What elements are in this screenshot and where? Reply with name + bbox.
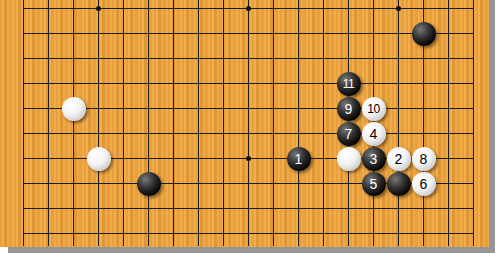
grid-line-horizontal (311, 108, 336, 109)
stone-white-move-4[interactable]: 4 (362, 122, 386, 146)
board-intersection[interactable] (161, 0, 186, 21)
board-intersection[interactable] (311, 46, 336, 71)
grid-line-horizontal (186, 33, 211, 34)
grid-line-horizontal (36, 58, 61, 59)
board-intersection[interactable] (136, 71, 161, 96)
board-intersection[interactable] (211, 146, 236, 171)
board-intersection[interactable] (386, 71, 411, 96)
board-intersection[interactable] (111, 196, 136, 221)
grid-line-horizontal (186, 108, 211, 109)
board-intersection[interactable] (461, 196, 486, 221)
grid-line-horizontal (86, 233, 111, 234)
board-intersection[interactable] (461, 46, 486, 71)
board-intersection[interactable] (11, 221, 36, 246)
grid-line-horizontal (186, 183, 211, 184)
board-intersection[interactable]: 6 (411, 171, 436, 196)
board-intersection[interactable] (386, 171, 411, 196)
board-intersection[interactable] (436, 171, 461, 196)
board-intersection[interactable] (61, 221, 86, 246)
grid-line-horizontal (311, 83, 336, 84)
board-intersection[interactable] (411, 71, 436, 96)
grid-line-vertical (173, 0, 174, 21)
board-intersection[interactable] (361, 221, 386, 246)
board-intersection[interactable] (86, 0, 111, 21)
board-intersection[interactable]: 7 (336, 121, 361, 146)
board-intersection[interactable] (386, 46, 411, 71)
board-intersection[interactable] (261, 121, 286, 146)
board-intersection[interactable] (411, 196, 436, 221)
board-intersection[interactable] (36, 71, 61, 96)
board-intersection[interactable] (61, 46, 86, 71)
board-intersection[interactable] (361, 21, 386, 46)
grid-line-horizontal (436, 158, 461, 159)
grid-line-horizontal (261, 233, 286, 234)
board-intersection[interactable] (261, 196, 286, 221)
grid-line-horizontal (161, 108, 186, 109)
board-intersection[interactable] (11, 196, 36, 221)
star-point (246, 156, 251, 161)
board-intersection[interactable] (361, 46, 386, 71)
stone-black-move-11[interactable]: 11 (337, 72, 361, 96)
grid-line-vertical (198, 0, 199, 21)
grid-line-horizontal (186, 83, 211, 84)
board-intersection[interactable] (336, 0, 361, 21)
grid-line-horizontal (23, 158, 36, 159)
board-intersection[interactable] (36, 21, 61, 46)
board-intersection[interactable] (436, 0, 461, 21)
grid-line-horizontal (336, 33, 361, 34)
board-intersection[interactable] (86, 21, 111, 46)
board-intersection[interactable] (61, 121, 86, 146)
grid-line-horizontal (286, 83, 311, 84)
board-intersection[interactable] (186, 0, 211, 21)
board-intersection[interactable] (236, 46, 261, 71)
board-intersection[interactable] (311, 0, 336, 21)
grid-line-horizontal (111, 83, 136, 84)
board-intersection[interactable] (386, 96, 411, 121)
board-intersection[interactable] (236, 196, 261, 221)
board-intersection[interactable] (261, 46, 286, 71)
board-intersection[interactable] (86, 121, 111, 146)
grid-line-horizontal (411, 108, 436, 109)
board-intersection[interactable] (336, 171, 361, 196)
grid-line-horizontal (311, 133, 336, 134)
board-intersection[interactable] (36, 196, 61, 221)
board-intersection[interactable] (161, 196, 186, 221)
board-intersection[interactable] (186, 46, 211, 71)
move-number-label: 3 (370, 152, 378, 166)
board-intersection[interactable] (336, 21, 361, 46)
board-intersection[interactable]: 9 (336, 96, 361, 121)
board-intersection[interactable]: 2 (386, 146, 411, 171)
board-intersection[interactable] (11, 146, 36, 171)
board-intersection[interactable] (11, 71, 36, 96)
grid-line-horizontal (211, 208, 236, 209)
star-point (246, 6, 251, 11)
board-intersection[interactable] (86, 146, 111, 171)
board-intersection[interactable] (436, 71, 461, 96)
board-intersection[interactable] (411, 121, 436, 146)
grid-line-horizontal (61, 158, 86, 159)
grid-line-horizontal (436, 33, 461, 34)
grid-line-horizontal (186, 133, 211, 134)
board-intersection[interactable] (186, 71, 211, 96)
board-intersection[interactable] (86, 46, 111, 71)
stone-black-move-1[interactable]: 1 (287, 147, 311, 171)
move-number-label: 11 (343, 78, 354, 90)
grid-line-horizontal (386, 133, 411, 134)
board-intersection[interactable] (61, 96, 86, 121)
board-intersection[interactable] (186, 96, 211, 121)
grid-line-horizontal (386, 33, 411, 34)
grid-line-horizontal (386, 83, 411, 84)
board-intersection[interactable] (36, 96, 61, 121)
stone-black-move-9[interactable]: 9 (337, 97, 361, 121)
board-intersection[interactable] (211, 96, 236, 121)
board-intersection[interactable] (461, 0, 486, 21)
stone-white[interactable] (87, 147, 111, 171)
board-intersection[interactable] (161, 46, 186, 71)
stone-black[interactable] (137, 172, 161, 196)
board-intersection[interactable] (336, 146, 361, 171)
board-intersection[interactable]: 5 (361, 171, 386, 196)
grid-line-horizontal (111, 33, 136, 34)
board-intersection[interactable]: 4 (361, 121, 386, 146)
stone-black-move-5[interactable]: 5 (362, 172, 386, 196)
grid-line-horizontal (36, 108, 61, 109)
board-intersection[interactable] (411, 221, 436, 246)
board-intersection[interactable]: 1 (286, 146, 311, 171)
stone-white-move-2[interactable]: 2 (387, 147, 411, 171)
board-intersection[interactable] (111, 71, 136, 96)
board-intersection[interactable] (161, 21, 186, 46)
board-intersection[interactable] (336, 221, 361, 246)
grid-line-horizontal (86, 58, 111, 59)
board-intersection[interactable] (136, 196, 161, 221)
board-intersection[interactable] (411, 21, 436, 46)
grid-line-horizontal (436, 233, 461, 234)
board-intersection[interactable] (186, 196, 211, 221)
grid-line-horizontal (411, 58, 436, 59)
board-intersection[interactable] (436, 146, 461, 171)
grid-line-horizontal (311, 158, 336, 159)
board-intersection[interactable] (136, 121, 161, 146)
board-intersection[interactable] (461, 21, 486, 46)
board-intersection[interactable] (161, 171, 186, 196)
stone-white-move-10[interactable]: 10 (362, 97, 386, 121)
board-intersection[interactable] (261, 221, 286, 246)
board-intersection[interactable]: 3 (361, 146, 386, 171)
board-intersection[interactable] (11, 46, 36, 71)
board-intersection[interactable] (136, 96, 161, 121)
board-intersection[interactable] (111, 96, 136, 121)
board-intersection[interactable] (236, 221, 261, 246)
stone-white[interactable] (337, 147, 361, 171)
grid-line-horizontal (461, 108, 474, 109)
board-intersection[interactable] (211, 121, 236, 146)
board-intersection[interactable] (61, 0, 86, 21)
grid-line-horizontal (361, 208, 386, 209)
board-intersection[interactable] (111, 0, 136, 21)
board-intersection[interactable] (11, 0, 36, 21)
grid-line-horizontal (61, 83, 86, 84)
board-intersection[interactable] (386, 221, 411, 246)
board-intersection[interactable] (186, 121, 211, 146)
board-intersection[interactable] (261, 71, 286, 96)
board-intersection[interactable] (61, 171, 86, 196)
board-intersection[interactable] (311, 121, 336, 146)
grid-line-horizontal (311, 208, 336, 209)
board-intersection[interactable] (86, 96, 111, 121)
board-intersection[interactable] (261, 0, 286, 21)
board-intersection[interactable] (286, 171, 311, 196)
board-intersection[interactable] (436, 196, 461, 221)
board-intersection[interactable] (236, 0, 261, 21)
board-intersection[interactable] (361, 71, 386, 96)
board-intersection[interactable] (211, 171, 236, 196)
grid-line-horizontal (236, 33, 261, 34)
board-intersection[interactable] (236, 146, 261, 171)
grid-line-horizontal (61, 183, 86, 184)
board-intersection[interactable] (186, 146, 211, 171)
grid-line-horizontal (61, 8, 86, 9)
board-intersection[interactable] (11, 121, 36, 146)
board-intersection[interactable] (186, 221, 211, 246)
board-intersection[interactable] (436, 21, 461, 46)
board-intersection[interactable] (136, 21, 161, 46)
board-intersection[interactable] (336, 46, 361, 71)
board-intersection[interactable] (436, 221, 461, 246)
board-intersection[interactable] (261, 146, 286, 171)
board-intersection[interactable] (211, 46, 236, 71)
board-intersection[interactable] (461, 171, 486, 196)
board-intersection[interactable] (261, 96, 286, 121)
board-intersection[interactable] (211, 71, 236, 96)
grid-line-horizontal (211, 133, 236, 134)
board-intersection[interactable] (86, 71, 111, 96)
board-intersection[interactable] (36, 171, 61, 196)
grid-line-horizontal (261, 33, 286, 34)
grid-line-horizontal (286, 8, 311, 9)
board-intersection[interactable] (136, 46, 161, 71)
grid-line-horizontal (286, 33, 311, 34)
grid-line-horizontal (161, 183, 186, 184)
board-intersection[interactable] (261, 171, 286, 196)
board-intersection[interactable] (236, 71, 261, 96)
board-intersection[interactable] (11, 21, 36, 46)
go-diagram: 1191074132856 (0, 0, 500, 260)
board-intersection[interactable] (311, 96, 336, 121)
board-intersection[interactable] (211, 196, 236, 221)
board-intersection[interactable] (36, 121, 61, 146)
board-intersection[interactable] (411, 46, 436, 71)
star-point (96, 6, 101, 11)
board-intersection[interactable] (286, 21, 311, 46)
board-intersection[interactable] (136, 0, 161, 21)
board-intersection[interactable] (436, 121, 461, 146)
board-intersection[interactable] (311, 171, 336, 196)
board-intersection[interactable] (36, 46, 61, 71)
board-intersection[interactable] (186, 21, 211, 46)
grid-line-horizontal (261, 58, 286, 59)
board-intersection[interactable] (286, 0, 311, 21)
grid-line-horizontal (23, 208, 36, 209)
grid-line-horizontal (461, 233, 474, 234)
board-intersection[interactable] (161, 146, 186, 171)
grid-line-vertical (298, 0, 299, 21)
board-intersection[interactable] (286, 196, 311, 221)
board-intersection[interactable] (311, 21, 336, 46)
board-intersection[interactable] (111, 221, 136, 246)
board-intersection[interactable] (336, 196, 361, 221)
grid-line-horizontal (36, 83, 61, 84)
board-intersection[interactable] (461, 96, 486, 121)
board-intersection[interactable] (61, 71, 86, 96)
board-intersection[interactable] (236, 21, 261, 46)
grid-line-horizontal (261, 133, 286, 134)
stone-black[interactable] (412, 22, 436, 46)
grid-line-horizontal (361, 33, 386, 34)
grid-line-horizontal (111, 133, 136, 134)
grid-line-horizontal (111, 108, 136, 109)
grid-line-horizontal (436, 83, 461, 84)
grid-line-horizontal (461, 58, 474, 59)
grid-line-horizontal (111, 233, 136, 234)
board-intersection[interactable] (86, 221, 111, 246)
grid-line-horizontal (161, 233, 186, 234)
grid-line-horizontal (211, 33, 236, 34)
board-intersection[interactable] (36, 146, 61, 171)
board-intersection[interactable] (161, 71, 186, 96)
grid-line-horizontal (23, 133, 36, 134)
grid-line-horizontal (311, 33, 336, 34)
board-intersection[interactable] (211, 21, 236, 46)
move-number-label: 5 (370, 177, 378, 191)
board-intersection[interactable] (111, 21, 136, 46)
grid-line-horizontal (236, 233, 261, 234)
board-intersection[interactable] (236, 171, 261, 196)
board-intersection[interactable] (136, 146, 161, 171)
stone-white-move-6[interactable]: 6 (412, 172, 436, 196)
board-intersection[interactable] (461, 146, 486, 171)
board-intersection[interactable] (361, 0, 386, 21)
grid-line-horizontal (261, 8, 286, 9)
board-intersection[interactable] (436, 96, 461, 121)
board-intersection[interactable] (186, 171, 211, 196)
board-intersection[interactable] (86, 196, 111, 221)
grid-line-horizontal (436, 133, 461, 134)
board-intersection[interactable] (111, 171, 136, 196)
grid-line-horizontal (186, 8, 211, 9)
board-intersection[interactable] (361, 196, 386, 221)
board-intersection[interactable] (461, 121, 486, 146)
grid-line-horizontal (386, 58, 411, 59)
grid-line-horizontal (461, 158, 474, 159)
board-intersection[interactable] (11, 96, 36, 121)
board-intersection[interactable] (286, 46, 311, 71)
board-intersection[interactable] (411, 96, 436, 121)
board-intersection[interactable] (136, 221, 161, 246)
grid-line-horizontal (461, 208, 474, 209)
grid-line-horizontal (286, 58, 311, 59)
grid-line-horizontal (261, 108, 286, 109)
grid-line-horizontal (311, 58, 336, 59)
grid-line-horizontal (361, 8, 386, 9)
board-intersection[interactable] (111, 46, 136, 71)
stone-white[interactable] (62, 97, 86, 121)
board-intersection[interactable] (386, 0, 411, 21)
board-intersection[interactable] (286, 96, 311, 121)
board-intersection[interactable] (311, 221, 336, 246)
grid-line-horizontal (411, 208, 436, 209)
board-intersection[interactable] (311, 71, 336, 96)
stone-black-move-3[interactable]: 3 (362, 147, 386, 171)
board-intersection[interactable] (286, 121, 311, 146)
board-intersection[interactable] (161, 121, 186, 146)
board-intersection[interactable] (236, 121, 261, 146)
board-intersection[interactable] (161, 96, 186, 121)
board-intersection[interactable] (36, 0, 61, 21)
grid-line-horizontal (236, 208, 261, 209)
grid-line-horizontal (311, 233, 336, 234)
stone-black-move-7[interactable]: 7 (337, 122, 361, 146)
grid-line-horizontal (236, 108, 261, 109)
grid-line-horizontal (236, 83, 261, 84)
board-intersection[interactable] (461, 71, 486, 96)
board-intersection[interactable] (61, 196, 86, 221)
board-intersection[interactable] (386, 196, 411, 221)
board-intersection[interactable] (311, 146, 336, 171)
board-intersection[interactable] (111, 121, 136, 146)
board-intersection[interactable] (386, 121, 411, 146)
board-intersection[interactable] (111, 146, 136, 171)
board-intersection[interactable] (261, 21, 286, 46)
star-point (396, 6, 401, 11)
board-intersection[interactable] (211, 0, 236, 21)
board-intersection[interactable] (36, 221, 61, 246)
board-intersection[interactable] (286, 221, 311, 246)
board-intersection[interactable]: 11 (336, 71, 361, 96)
board-intersection[interactable]: 10 (361, 96, 386, 121)
board-intersection[interactable] (461, 221, 486, 246)
board-intersection[interactable] (286, 71, 311, 96)
grid-line-horizontal (23, 183, 36, 184)
board-intersection[interactable] (411, 0, 436, 21)
board-intersection[interactable] (86, 171, 111, 196)
board-intersection[interactable] (136, 171, 161, 196)
board-intersection[interactable] (436, 46, 461, 71)
grid-line-horizontal (23, 8, 36, 9)
board-intersection[interactable] (61, 146, 86, 171)
grid-line-horizontal (286, 233, 311, 234)
stone-white-move-8[interactable]: 8 (412, 147, 436, 171)
grid-line-horizontal (61, 133, 86, 134)
board-intersection[interactable] (211, 221, 236, 246)
grid-line-horizontal (461, 83, 474, 84)
board-intersection[interactable] (161, 221, 186, 246)
grid-line-horizontal (36, 158, 61, 159)
grid-line-horizontal (186, 233, 211, 234)
board-intersection[interactable] (236, 96, 261, 121)
board-intersection[interactable] (11, 171, 36, 196)
board-intersection[interactable]: 8 (411, 146, 436, 171)
grid-line-horizontal (436, 183, 461, 184)
grid-line-horizontal (411, 233, 436, 234)
board-intersection[interactable] (61, 21, 86, 46)
stone-black[interactable] (387, 172, 411, 196)
board-intersection[interactable] (386, 21, 411, 46)
board-intersection[interactable] (311, 196, 336, 221)
